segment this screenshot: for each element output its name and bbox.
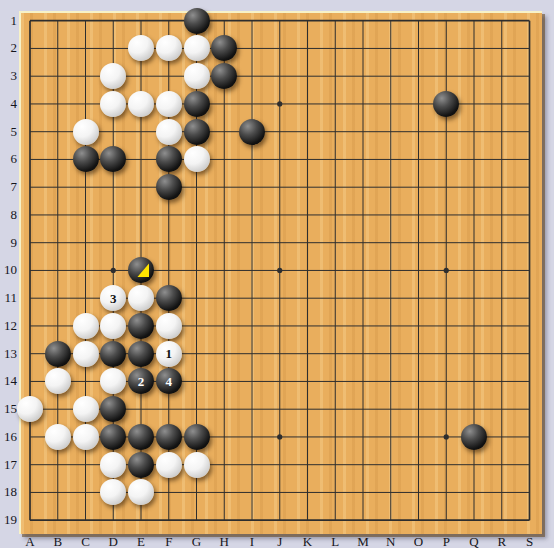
white-stone-G3[interactable]	[184, 63, 210, 89]
point-O15[interactable]	[405, 395, 433, 423]
point-O1[interactable]	[405, 7, 433, 35]
point-O13[interactable]	[405, 340, 433, 368]
point-K8[interactable]	[294, 201, 322, 229]
black-stone-C6[interactable]	[73, 146, 99, 172]
point-G3[interactable]	[183, 62, 211, 90]
point-L13[interactable]	[321, 340, 349, 368]
point-O18[interactable]	[405, 479, 433, 507]
point-D7[interactable]	[99, 173, 127, 201]
white-stone-G17[interactable]	[184, 452, 210, 478]
point-J16[interactable]	[266, 423, 294, 451]
point-L9[interactable]	[321, 229, 349, 257]
white-stone-E4[interactable]	[128, 91, 154, 117]
point-A14[interactable]	[16, 368, 44, 396]
point-R12[interactable]	[488, 312, 516, 340]
point-A9[interactable]	[16, 229, 44, 257]
point-F2[interactable]	[155, 35, 183, 63]
black-stone-E12[interactable]	[128, 313, 154, 339]
point-P8[interactable]	[432, 201, 460, 229]
black-stone-D13[interactable]	[100, 341, 126, 367]
point-G19[interactable]	[183, 506, 211, 534]
point-F8[interactable]	[155, 201, 183, 229]
point-P15[interactable]	[432, 395, 460, 423]
point-S10[interactable]	[516, 257, 544, 285]
point-C15[interactable]	[72, 395, 100, 423]
point-J6[interactable]	[266, 146, 294, 174]
point-C11[interactable]	[72, 284, 100, 312]
point-P3[interactable]	[432, 62, 460, 90]
point-G14[interactable]	[183, 368, 211, 396]
point-N9[interactable]	[377, 229, 405, 257]
white-stone-F13[interactable]: 1	[156, 341, 182, 367]
point-R7[interactable]	[488, 173, 516, 201]
point-A5[interactable]	[16, 118, 44, 146]
point-R18[interactable]	[488, 479, 516, 507]
black-stone-D16[interactable]	[100, 424, 126, 450]
point-L16[interactable]	[321, 423, 349, 451]
point-R5[interactable]	[488, 118, 516, 146]
point-I17[interactable]	[238, 451, 266, 479]
point-G15[interactable]	[183, 395, 211, 423]
point-M19[interactable]	[349, 506, 377, 534]
point-K15[interactable]	[294, 395, 322, 423]
black-stone-G4[interactable]	[184, 91, 210, 117]
point-G17[interactable]	[183, 451, 211, 479]
black-stone-H2[interactable]	[211, 35, 237, 61]
point-O4[interactable]	[405, 90, 433, 118]
point-S14[interactable]	[516, 368, 544, 396]
black-stone-F6[interactable]	[156, 146, 182, 172]
black-stone-E10[interactable]	[128, 257, 154, 283]
point-K2[interactable]	[294, 35, 322, 63]
point-P7[interactable]	[432, 173, 460, 201]
black-stone-F16[interactable]	[156, 424, 182, 450]
point-O16[interactable]	[405, 423, 433, 451]
point-D14[interactable]	[99, 368, 127, 396]
point-M17[interactable]	[349, 451, 377, 479]
point-E14[interactable]: 2	[127, 368, 155, 396]
point-A13[interactable]	[16, 340, 44, 368]
point-B19[interactable]	[44, 506, 72, 534]
point-O17[interactable]	[405, 451, 433, 479]
point-K13[interactable]	[294, 340, 322, 368]
point-I12[interactable]	[238, 312, 266, 340]
white-stone-F5[interactable]	[156, 119, 182, 145]
point-C19[interactable]	[72, 506, 100, 534]
point-C16[interactable]	[72, 423, 100, 451]
point-J7[interactable]	[266, 173, 294, 201]
point-R9[interactable]	[488, 229, 516, 257]
point-K14[interactable]	[294, 368, 322, 396]
point-L7[interactable]	[321, 173, 349, 201]
point-K4[interactable]	[294, 90, 322, 118]
point-A7[interactable]	[16, 173, 44, 201]
point-M18[interactable]	[349, 479, 377, 507]
point-C18[interactable]	[72, 479, 100, 507]
white-stone-F2[interactable]	[156, 35, 182, 61]
point-H18[interactable]	[210, 479, 238, 507]
point-J9[interactable]	[266, 229, 294, 257]
point-G7[interactable]	[183, 173, 211, 201]
point-M14[interactable]	[349, 368, 377, 396]
point-L10[interactable]	[321, 257, 349, 285]
point-Q14[interactable]	[460, 368, 488, 396]
point-S3[interactable]	[516, 62, 544, 90]
point-F15[interactable]	[155, 395, 183, 423]
point-F18[interactable]	[155, 479, 183, 507]
point-C2[interactable]	[72, 35, 100, 63]
point-A4[interactable]	[16, 90, 44, 118]
white-stone-G6[interactable]	[184, 146, 210, 172]
point-Q15[interactable]	[460, 395, 488, 423]
point-H8[interactable]	[210, 201, 238, 229]
point-B6[interactable]	[44, 146, 72, 174]
point-L4[interactable]	[321, 90, 349, 118]
point-Q6[interactable]	[460, 146, 488, 174]
point-Q17[interactable]	[460, 451, 488, 479]
black-stone-Q16[interactable]	[461, 424, 487, 450]
point-M2[interactable]	[349, 35, 377, 63]
point-J10[interactable]	[266, 257, 294, 285]
point-I19[interactable]	[238, 506, 266, 534]
point-F12[interactable]	[155, 312, 183, 340]
point-K10[interactable]	[294, 257, 322, 285]
point-P4[interactable]	[432, 90, 460, 118]
point-L3[interactable]	[321, 62, 349, 90]
point-Q18[interactable]	[460, 479, 488, 507]
point-H3[interactable]	[210, 62, 238, 90]
point-D8[interactable]	[99, 201, 127, 229]
point-I11[interactable]	[238, 284, 266, 312]
point-B4[interactable]	[44, 90, 72, 118]
point-F9[interactable]	[155, 229, 183, 257]
point-O6[interactable]	[405, 146, 433, 174]
point-B1[interactable]	[44, 7, 72, 35]
black-stone-E13[interactable]	[128, 341, 154, 367]
point-S13[interactable]	[516, 340, 544, 368]
point-O3[interactable]	[405, 62, 433, 90]
point-C4[interactable]	[72, 90, 100, 118]
point-E13[interactable]	[127, 340, 155, 368]
point-B16[interactable]	[44, 423, 72, 451]
point-N18[interactable]	[377, 479, 405, 507]
point-I13[interactable]	[238, 340, 266, 368]
point-M8[interactable]	[349, 201, 377, 229]
point-L2[interactable]	[321, 35, 349, 63]
point-E9[interactable]	[127, 229, 155, 257]
point-Q13[interactable]	[460, 340, 488, 368]
point-D9[interactable]	[99, 229, 127, 257]
point-D2[interactable]	[99, 35, 127, 63]
point-I1[interactable]	[238, 7, 266, 35]
point-B18[interactable]	[44, 479, 72, 507]
point-J13[interactable]	[266, 340, 294, 368]
point-H12[interactable]	[210, 312, 238, 340]
point-L15[interactable]	[321, 395, 349, 423]
point-S11[interactable]	[516, 284, 544, 312]
point-M10[interactable]	[349, 257, 377, 285]
point-D4[interactable]	[99, 90, 127, 118]
point-B7[interactable]	[44, 173, 72, 201]
point-S18[interactable]	[516, 479, 544, 507]
point-I5[interactable]	[238, 118, 266, 146]
point-K1[interactable]	[294, 7, 322, 35]
point-L17[interactable]	[321, 451, 349, 479]
point-A10[interactable]	[16, 257, 44, 285]
white-stone-E11[interactable]	[128, 285, 154, 311]
point-N15[interactable]	[377, 395, 405, 423]
point-O12[interactable]	[405, 312, 433, 340]
point-J15[interactable]	[266, 395, 294, 423]
point-N1[interactable]	[377, 7, 405, 35]
point-E15[interactable]	[127, 395, 155, 423]
point-P12[interactable]	[432, 312, 460, 340]
black-stone-D15[interactable]	[100, 396, 126, 422]
point-G18[interactable]	[183, 479, 211, 507]
point-G13[interactable]	[183, 340, 211, 368]
point-M13[interactable]	[349, 340, 377, 368]
point-E7[interactable]	[127, 173, 155, 201]
point-I16[interactable]	[238, 423, 266, 451]
point-Q8[interactable]	[460, 201, 488, 229]
point-Q2[interactable]	[460, 35, 488, 63]
point-F17[interactable]	[155, 451, 183, 479]
point-R19[interactable]	[488, 506, 516, 534]
point-F5[interactable]	[155, 118, 183, 146]
white-stone-C16[interactable]	[73, 424, 99, 450]
point-J1[interactable]	[266, 7, 294, 35]
point-C10[interactable]	[72, 257, 100, 285]
white-stone-B16[interactable]	[45, 424, 71, 450]
point-I18[interactable]	[238, 479, 266, 507]
point-C13[interactable]	[72, 340, 100, 368]
point-P1[interactable]	[432, 7, 460, 35]
point-B13[interactable]	[44, 340, 72, 368]
point-M4[interactable]	[349, 90, 377, 118]
point-D11[interactable]: 3	[99, 284, 127, 312]
point-N11[interactable]	[377, 284, 405, 312]
white-stone-F12[interactable]	[156, 313, 182, 339]
point-D1[interactable]	[99, 7, 127, 35]
point-D12[interactable]	[99, 312, 127, 340]
point-H6[interactable]	[210, 146, 238, 174]
point-M9[interactable]	[349, 229, 377, 257]
point-P16[interactable]	[432, 423, 460, 451]
point-I9[interactable]	[238, 229, 266, 257]
point-B8[interactable]	[44, 201, 72, 229]
point-R10[interactable]	[488, 257, 516, 285]
point-K5[interactable]	[294, 118, 322, 146]
point-P13[interactable]	[432, 340, 460, 368]
point-D5[interactable]	[99, 118, 127, 146]
point-C3[interactable]	[72, 62, 100, 90]
point-G10[interactable]	[183, 257, 211, 285]
black-stone-D6[interactable]	[100, 146, 126, 172]
point-E8[interactable]	[127, 201, 155, 229]
point-J14[interactable]	[266, 368, 294, 396]
point-D6[interactable]	[99, 146, 127, 174]
point-C1[interactable]	[72, 7, 100, 35]
point-E18[interactable]	[127, 479, 155, 507]
point-A11[interactable]	[16, 284, 44, 312]
point-A12[interactable]	[16, 312, 44, 340]
point-I3[interactable]	[238, 62, 266, 90]
point-Q12[interactable]	[460, 312, 488, 340]
point-P19[interactable]	[432, 506, 460, 534]
point-N17[interactable]	[377, 451, 405, 479]
point-R4[interactable]	[488, 90, 516, 118]
point-H2[interactable]	[210, 35, 238, 63]
point-S9[interactable]	[516, 229, 544, 257]
point-R16[interactable]	[488, 423, 516, 451]
point-R14[interactable]	[488, 368, 516, 396]
black-stone-F7[interactable]	[156, 174, 182, 200]
point-E6[interactable]	[127, 146, 155, 174]
point-P10[interactable]	[432, 257, 460, 285]
point-S12[interactable]	[516, 312, 544, 340]
point-B5[interactable]	[44, 118, 72, 146]
point-M16[interactable]	[349, 423, 377, 451]
point-I10[interactable]	[238, 257, 266, 285]
point-L1[interactable]	[321, 7, 349, 35]
point-K7[interactable]	[294, 173, 322, 201]
point-H10[interactable]	[210, 257, 238, 285]
point-F14[interactable]: 4	[155, 368, 183, 396]
point-N3[interactable]	[377, 62, 405, 90]
point-N12[interactable]	[377, 312, 405, 340]
point-J8[interactable]	[266, 201, 294, 229]
point-R6[interactable]	[488, 146, 516, 174]
point-G11[interactable]	[183, 284, 211, 312]
point-P5[interactable]	[432, 118, 460, 146]
black-stone-G1[interactable]	[184, 8, 210, 34]
point-G8[interactable]	[183, 201, 211, 229]
point-H15[interactable]	[210, 395, 238, 423]
point-I2[interactable]	[238, 35, 266, 63]
point-M15[interactable]	[349, 395, 377, 423]
point-B3[interactable]	[44, 62, 72, 90]
point-K16[interactable]	[294, 423, 322, 451]
point-K9[interactable]	[294, 229, 322, 257]
point-K11[interactable]	[294, 284, 322, 312]
point-L8[interactable]	[321, 201, 349, 229]
white-stone-B14[interactable]	[45, 368, 71, 394]
point-F10[interactable]	[155, 257, 183, 285]
point-H7[interactable]	[210, 173, 238, 201]
black-stone-E14[interactable]: 2	[128, 368, 154, 394]
point-G12[interactable]	[183, 312, 211, 340]
point-A2[interactable]	[16, 35, 44, 63]
point-D13[interactable]	[99, 340, 127, 368]
point-O5[interactable]	[405, 118, 433, 146]
point-R13[interactable]	[488, 340, 516, 368]
white-stone-C12[interactable]	[73, 313, 99, 339]
white-stone-C5[interactable]	[73, 119, 99, 145]
point-G5[interactable]	[183, 118, 211, 146]
point-R15[interactable]	[488, 395, 516, 423]
point-I4[interactable]	[238, 90, 266, 118]
point-H4[interactable]	[210, 90, 238, 118]
point-K18[interactable]	[294, 479, 322, 507]
point-A1[interactable]	[16, 7, 44, 35]
point-N7[interactable]	[377, 173, 405, 201]
point-G9[interactable]	[183, 229, 211, 257]
point-L11[interactable]	[321, 284, 349, 312]
black-stone-G5[interactable]	[184, 119, 210, 145]
black-stone-B13[interactable]	[45, 341, 71, 367]
point-Q3[interactable]	[460, 62, 488, 90]
point-Q1[interactable]	[460, 7, 488, 35]
point-H13[interactable]	[210, 340, 238, 368]
white-stone-D12[interactable]	[100, 313, 126, 339]
point-J19[interactable]	[266, 506, 294, 534]
point-A17[interactable]	[16, 451, 44, 479]
point-E3[interactable]	[127, 62, 155, 90]
white-stone-D14[interactable]	[100, 368, 126, 394]
point-B9[interactable]	[44, 229, 72, 257]
point-B2[interactable]	[44, 35, 72, 63]
point-K3[interactable]	[294, 62, 322, 90]
point-O8[interactable]	[405, 201, 433, 229]
white-stone-D18[interactable]	[100, 479, 126, 505]
point-S2[interactable]	[516, 35, 544, 63]
point-J5[interactable]	[266, 118, 294, 146]
point-Q19[interactable]	[460, 506, 488, 534]
point-I8[interactable]	[238, 201, 266, 229]
point-P6[interactable]	[432, 146, 460, 174]
point-E5[interactable]	[127, 118, 155, 146]
point-S1[interactable]	[516, 7, 544, 35]
point-H11[interactable]	[210, 284, 238, 312]
point-P14[interactable]	[432, 368, 460, 396]
point-M3[interactable]	[349, 62, 377, 90]
point-H14[interactable]	[210, 368, 238, 396]
white-stone-A15[interactable]	[17, 396, 43, 422]
black-stone-F14[interactable]: 4	[156, 368, 182, 394]
point-Q16[interactable]	[460, 423, 488, 451]
point-F4[interactable]	[155, 90, 183, 118]
point-K6[interactable]	[294, 146, 322, 174]
point-M11[interactable]	[349, 284, 377, 312]
point-N2[interactable]	[377, 35, 405, 63]
point-F3[interactable]	[155, 62, 183, 90]
point-R3[interactable]	[488, 62, 516, 90]
point-E17[interactable]	[127, 451, 155, 479]
white-stone-D11[interactable]: 3	[100, 285, 126, 311]
point-B11[interactable]	[44, 284, 72, 312]
point-D16[interactable]	[99, 423, 127, 451]
point-H16[interactable]	[210, 423, 238, 451]
point-J18[interactable]	[266, 479, 294, 507]
point-C6[interactable]	[72, 146, 100, 174]
point-C8[interactable]	[72, 201, 100, 229]
point-C9[interactable]	[72, 229, 100, 257]
point-S5[interactable]	[516, 118, 544, 146]
point-D3[interactable]	[99, 62, 127, 90]
white-stone-F17[interactable]	[156, 452, 182, 478]
point-C14[interactable]	[72, 368, 100, 396]
point-E4[interactable]	[127, 90, 155, 118]
point-O7[interactable]	[405, 173, 433, 201]
point-M7[interactable]	[349, 173, 377, 201]
point-B14[interactable]	[44, 368, 72, 396]
point-Q4[interactable]	[460, 90, 488, 118]
black-stone-H3[interactable]	[211, 63, 237, 89]
point-N6[interactable]	[377, 146, 405, 174]
point-S4[interactable]	[516, 90, 544, 118]
point-A19[interactable]	[16, 506, 44, 534]
point-M5[interactable]	[349, 118, 377, 146]
